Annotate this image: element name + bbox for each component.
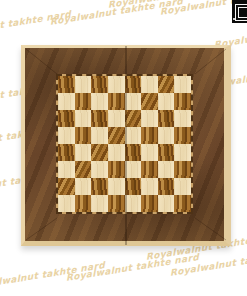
square — [75, 144, 92, 161]
square — [58, 161, 75, 178]
logo-inner-frame — [238, 7, 247, 18]
square — [91, 76, 108, 93]
square — [91, 144, 108, 161]
square — [125, 127, 142, 144]
square — [108, 178, 125, 195]
square — [141, 76, 158, 93]
square — [108, 127, 125, 144]
square — [174, 144, 191, 161]
square — [91, 161, 108, 178]
square — [75, 93, 92, 110]
square — [75, 127, 92, 144]
square — [158, 144, 175, 161]
board-inlay-border — [56, 74, 193, 214]
square — [125, 93, 142, 110]
square — [91, 127, 108, 144]
square — [91, 110, 108, 127]
square — [158, 195, 175, 212]
square — [141, 195, 158, 212]
square — [108, 93, 125, 110]
square — [58, 144, 75, 161]
square — [125, 195, 142, 212]
square — [141, 110, 158, 127]
square — [141, 161, 158, 178]
logo-mark — [233, 18, 236, 20]
square — [91, 178, 108, 195]
square — [125, 110, 142, 127]
watermark-text: Royalwalnut takhte nard — [66, 252, 200, 283]
square — [174, 127, 191, 144]
square — [75, 195, 92, 212]
square — [108, 144, 125, 161]
square — [108, 76, 125, 93]
square — [75, 110, 92, 127]
square — [58, 178, 75, 195]
square — [174, 195, 191, 212]
square — [158, 93, 175, 110]
square — [58, 127, 75, 144]
board-grid — [58, 76, 191, 212]
square — [174, 178, 191, 195]
square — [108, 110, 125, 127]
square — [141, 127, 158, 144]
square — [125, 144, 142, 161]
square — [158, 110, 175, 127]
chess-board — [21, 45, 231, 246]
square — [108, 195, 125, 212]
square — [108, 161, 125, 178]
square — [58, 93, 75, 110]
square — [174, 110, 191, 127]
square — [125, 178, 142, 195]
watermark-text: Royalwalnut takhte nard — [108, 0, 242, 10]
watermark-text: Royalwalnut takhte nard — [170, 247, 247, 278]
watermark-text: Royalwalnut takhte nard — [0, 9, 71, 40]
square — [141, 178, 158, 195]
square — [125, 76, 142, 93]
square — [75, 76, 92, 93]
square — [58, 76, 75, 93]
square — [174, 161, 191, 178]
square — [58, 195, 75, 212]
square — [125, 161, 142, 178]
product-photo: Royalwalnut takhte nardRoyalwalnut takht… — [0, 0, 247, 296]
watermark-text: Royalwalnut takhte nard — [50, 0, 184, 27]
square — [141, 144, 158, 161]
square — [158, 178, 175, 195]
square — [174, 93, 191, 110]
square — [91, 195, 108, 212]
square — [75, 178, 92, 195]
square — [174, 76, 191, 93]
square — [141, 93, 158, 110]
square — [158, 76, 175, 93]
square — [158, 127, 175, 144]
square — [158, 161, 175, 178]
square — [91, 93, 108, 110]
watermark-text: Royalwalnut takhte nard — [0, 260, 105, 291]
brand-logo — [232, 0, 247, 23]
square — [58, 110, 75, 127]
square — [75, 161, 92, 178]
